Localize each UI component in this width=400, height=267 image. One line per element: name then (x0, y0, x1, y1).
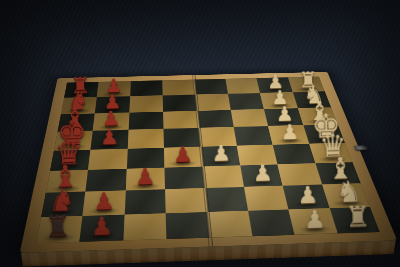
square-e6[interactable] (128, 129, 165, 149)
piece-red-pawn-b7[interactable]: ♟ (92, 190, 114, 214)
square-f4[interactable] (197, 110, 234, 128)
board-grid: ♜♟♟♜♞♟♟♞♝♟♟♝♚♟♟♚♛♟♟♛♝♟♟♝♞♟♟♞♜♟♟♜ (36, 77, 379, 243)
square-g4[interactable] (195, 94, 230, 111)
piece-red-pawn-c6[interactable]: ♟ (135, 166, 156, 189)
square-a7[interactable]: ♟ (80, 214, 125, 241)
piece-red-pawn-a7[interactable]: ♟ (90, 214, 113, 240)
square-h4[interactable] (194, 79, 228, 95)
square-h5[interactable] (162, 80, 195, 96)
square-a2[interactable]: ♟ (289, 208, 338, 235)
square-e2[interactable]: ♟ (268, 125, 308, 144)
piece-white-pawn-e2[interactable]: ♟ (281, 122, 300, 143)
square-d4[interactable]: ♟ (201, 145, 241, 166)
square-c3[interactable]: ♟ (240, 164, 283, 187)
square-h3[interactable] (225, 78, 260, 94)
square-a4[interactable] (207, 211, 252, 238)
square-c6[interactable]: ♟ (126, 168, 166, 191)
square-a5[interactable] (166, 212, 210, 239)
square-d5[interactable]: ♟ (164, 147, 202, 168)
square-d7[interactable] (88, 149, 127, 170)
square-g6[interactable] (129, 96, 163, 113)
piece-red-rook-a8[interactable]: ♜ (45, 212, 72, 241)
photo-scene: ♜♟♟♜♞♟♟♞♝♟♟♝♚♟♟♚♛♟♟♛♝♟♟♝♞♟♟♞♜♟♟♜ (0, 0, 400, 267)
chessboard: ♜♟♟♜♞♟♟♞♝♟♟♝♚♟♟♚♛♟♟♛♝♟♟♝♞♟♟♞♜♟♟♜ (20, 72, 397, 253)
square-a3[interactable] (248, 209, 295, 236)
piece-red-pawn-d5[interactable]: ♟ (173, 144, 193, 166)
square-c5[interactable] (165, 167, 205, 190)
square-a6[interactable] (123, 213, 166, 240)
piece-white-pawn-b2[interactable]: ♟ (297, 183, 319, 207)
piece-red-pawn-e7[interactable]: ♟ (99, 127, 119, 149)
piece-white-pawn-a2[interactable]: ♟ (304, 208, 327, 233)
square-c4[interactable] (202, 165, 243, 188)
square-b6[interactable] (124, 189, 165, 214)
square-f6[interactable] (128, 112, 163, 130)
square-e7[interactable]: ♟ (91, 130, 129, 150)
piece-white-pawn-c3[interactable]: ♟ (252, 162, 273, 185)
piece-white-pawn-d4[interactable]: ♟ (211, 143, 231, 165)
piece-white-rook-a1[interactable]: ♜ (345, 203, 371, 232)
square-f3[interactable] (231, 109, 269, 127)
square-f5[interactable] (163, 111, 198, 129)
square-a8[interactable]: ♜ (36, 216, 83, 244)
